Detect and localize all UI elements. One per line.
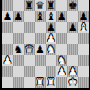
square-b2[interactable] [13,66,24,77]
square-h6[interactable]: ♝ [78,22,89,33]
square-f3[interactable]: ♞ [56,55,67,66]
square-g7[interactable] [67,11,78,22]
white-rook-icon: ♜ [46,77,55,87]
square-h3[interactable] [78,55,89,66]
white-knight-icon: ♞ [57,55,66,65]
square-a1[interactable] [2,77,13,88]
square-h1[interactable] [78,77,89,88]
square-c4[interactable]: ♛ [24,44,35,55]
square-e6[interactable]: ♟ [46,22,57,33]
square-b7[interactable]: ♟ [13,11,24,22]
square-e5[interactable]: ♟ [46,33,57,44]
black-pawn-icon: ♟ [3,11,12,21]
square-c5[interactable] [24,33,35,44]
square-b8[interactable] [13,0,24,11]
square-a2[interactable] [2,66,13,77]
black-knight-icon: ♞ [14,44,23,54]
white-rook-icon: ♜ [35,77,44,87]
square-d1[interactable]: ♜ [35,77,46,88]
square-h8[interactable] [78,0,89,11]
square-c8[interactable]: ♜ [24,0,35,11]
square-d8[interactable]: ♛ [35,0,46,11]
square-c2[interactable] [24,66,35,77]
square-f5[interactable] [56,33,67,44]
square-f4[interactable] [56,44,67,55]
black-king-icon: ♚ [68,0,77,10]
square-b5[interactable] [13,33,24,44]
square-b1[interactable] [13,77,24,88]
black-pawn-icon: ♟ [35,44,44,54]
square-c1[interactable] [24,77,35,88]
square-c7[interactable] [24,11,35,22]
white-queen-icon: ♛ [24,44,33,54]
black-bishop-icon: ♝ [46,11,55,21]
square-g4[interactable] [67,44,78,55]
square-d4[interactable]: ♟ [35,44,46,55]
square-e3[interactable] [46,55,57,66]
square-d7[interactable]: ♝ [35,11,46,22]
square-g3[interactable] [67,55,78,66]
square-a7[interactable]: ♟ [2,11,13,22]
square-d6[interactable] [35,22,46,33]
white-knight-icon: ♞ [46,44,55,54]
square-c6[interactable] [24,22,35,33]
square-e1[interactable]: ♜ [46,77,57,88]
black-pawn-icon: ♟ [68,22,77,32]
chess-board: ♜♛♜♚♟♟♝♝♟♟♟♟♝♟♞♛♟♞♟♞♟♟♜♜♚ [2,0,89,88]
square-c3[interactable] [24,55,35,66]
black-pawn-icon: ♟ [57,11,66,21]
square-e8[interactable]: ♜ [46,0,57,11]
white-king-icon: ♚ [68,77,77,87]
white-pawn-icon: ♟ [46,33,55,43]
square-h5[interactable] [78,33,89,44]
square-a8[interactable] [2,0,13,11]
square-d3[interactable] [35,55,46,66]
square-a4[interactable] [2,44,13,55]
square-a5[interactable] [2,33,13,44]
square-f1[interactable] [56,77,67,88]
chess-diagram: ♜♛♜♚♟♟♝♝♟♟♟♟♝♟♞♛♟♞♟♞♟♟♜♜♚ [0,0,90,90]
square-a3[interactable]: ♟ [2,55,13,66]
white-pawn-icon: ♟ [57,66,66,76]
square-g5[interactable] [67,33,78,44]
white-pawn-icon: ♟ [3,55,12,65]
white-pawn-icon: ♟ [68,66,77,76]
black-queen-icon: ♛ [35,0,44,10]
square-d2[interactable] [35,66,46,77]
square-f8[interactable] [56,0,67,11]
square-e4[interactable]: ♞ [46,44,57,55]
black-bishop-icon: ♝ [35,11,44,21]
square-b3[interactable] [13,55,24,66]
square-e2[interactable] [46,66,57,77]
square-a6[interactable] [2,22,13,33]
square-b6[interactable] [13,22,24,33]
square-h7[interactable]: ♟ [78,11,89,22]
square-h4[interactable] [78,44,89,55]
black-rook-icon: ♜ [46,0,55,10]
white-bishop-icon: ♝ [79,22,88,32]
black-pawn-icon: ♟ [46,22,55,32]
black-pawn-icon: ♟ [79,11,88,21]
square-e7[interactable]: ♝ [46,11,57,22]
square-g1[interactable]: ♚ [67,77,78,88]
square-g2[interactable]: ♟ [67,66,78,77]
square-f6[interactable] [56,22,67,33]
square-f2[interactable]: ♟ [56,66,67,77]
black-rook-icon: ♜ [24,0,33,10]
square-f7[interactable]: ♟ [56,11,67,22]
square-d5[interactable] [35,33,46,44]
black-pawn-icon: ♟ [14,11,23,21]
square-b4[interactable]: ♞ [13,44,24,55]
square-g6[interactable]: ♟ [67,22,78,33]
square-g8[interactable]: ♚ [67,0,78,11]
board-border: ♜♛♜♚♟♟♝♝♟♟♟♟♝♟♞♛♟♞♟♞♟♟♜♜♚ [0,0,90,90]
square-h2[interactable] [78,66,89,77]
